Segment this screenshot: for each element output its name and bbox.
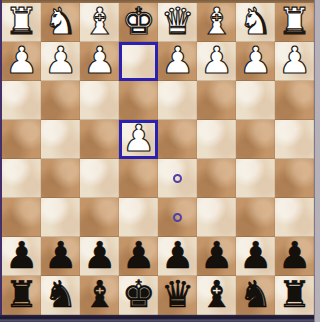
white-pawn-e4: ♟ [122,120,155,157]
black-pawn-c7: ♟ [200,237,233,274]
move-highlight-e2 [119,42,158,81]
square-f1[interactable]: ♝ [80,3,119,42]
square-f6[interactable] [80,198,119,237]
square-b5[interactable] [236,159,275,198]
square-e6[interactable] [119,198,158,237]
square-h8[interactable]: ♜ [2,276,41,315]
square-e8[interactable]: ♚ [119,276,158,315]
square-f4[interactable] [80,120,119,159]
square-c8[interactable]: ♝ [197,276,236,315]
square-d1[interactable]: ♛ [158,3,197,42]
white-knight-g1: ♞ [44,3,77,40]
black-pawn-h7: ♟ [5,237,38,274]
black-pawn-a7: ♟ [278,237,311,274]
square-c2[interactable]: ♟ [197,42,236,81]
white-pawn-f2: ♟ [83,42,116,79]
square-h2[interactable]: ♟ [2,42,41,81]
white-bishop-c1: ♝ [200,3,233,40]
white-knight-b1: ♞ [239,3,272,40]
square-d2[interactable]: ♟ [158,42,197,81]
white-pawn-b2: ♟ [239,42,272,79]
black-pawn-e7: ♟ [122,237,155,274]
square-a7[interactable]: ♟ [275,237,314,276]
square-g7[interactable]: ♟ [41,237,80,276]
white-pawn-h2: ♟ [5,42,38,79]
square-a5[interactable] [275,159,314,198]
black-pawn-b7: ♟ [239,237,272,274]
square-b1[interactable]: ♞ [236,3,275,42]
square-f3[interactable] [80,81,119,120]
square-a2[interactable]: ♟ [275,42,314,81]
square-g4[interactable] [41,120,80,159]
square-a8[interactable]: ♜ [275,276,314,315]
white-king-e1: ♚ [122,3,155,40]
square-c6[interactable] [197,198,236,237]
white-pawn-d2: ♟ [161,42,194,79]
black-bishop-f8: ♝ [83,276,116,313]
square-e2[interactable] [119,42,158,81]
square-f7[interactable]: ♟ [80,237,119,276]
square-f8[interactable]: ♝ [80,276,119,315]
square-g8[interactable]: ♞ [41,276,80,315]
square-h1[interactable]: ♜ [2,3,41,42]
square-b3[interactable] [236,81,275,120]
square-h4[interactable] [2,120,41,159]
square-f2[interactable]: ♟ [80,42,119,81]
white-bishop-f1: ♝ [83,3,116,40]
white-pawn-c2: ♟ [200,42,233,79]
white-rook-h1: ♜ [5,3,38,40]
black-pawn-d7: ♟ [161,237,194,274]
square-e3[interactable] [119,81,158,120]
black-pawn-g7: ♟ [44,237,77,274]
square-h3[interactable] [2,81,41,120]
black-knight-b8: ♞ [239,276,272,313]
square-g2[interactable]: ♟ [41,42,80,81]
black-bishop-c8: ♝ [200,276,233,313]
square-e4[interactable]: ♟ [119,120,158,159]
white-pawn-a2: ♟ [278,42,311,79]
square-b8[interactable]: ♞ [236,276,275,315]
legal-move-hint-d5 [173,174,182,183]
square-b4[interactable] [236,120,275,159]
square-d6[interactable] [158,198,197,237]
chess-board: ♜♞♝♚♛♝♞♜♟♟♟♟♟♟♟♟♟♟♟♟♟♟♟♟♜♞♝♚♛♝♞♜ [2,3,314,315]
window-edge-right [314,0,320,322]
square-a3[interactable] [275,81,314,120]
square-c5[interactable] [197,159,236,198]
square-d7[interactable]: ♟ [158,237,197,276]
window-edge-left [0,0,2,322]
square-g1[interactable]: ♞ [41,3,80,42]
square-d3[interactable] [158,81,197,120]
square-e7[interactable]: ♟ [119,237,158,276]
square-a1[interactable]: ♜ [275,3,314,42]
square-d5[interactable] [158,159,197,198]
square-b6[interactable] [236,198,275,237]
square-c1[interactable]: ♝ [197,3,236,42]
black-king-e8: ♚ [122,276,155,313]
white-pawn-g2: ♟ [44,42,77,79]
square-c3[interactable] [197,81,236,120]
square-g6[interactable] [41,198,80,237]
legal-move-hint-d6 [173,213,182,222]
black-rook-h8: ♜ [5,276,38,313]
square-h6[interactable] [2,198,41,237]
square-h7[interactable]: ♟ [2,237,41,276]
square-b7[interactable]: ♟ [236,237,275,276]
window-edge-bottom [0,315,314,322]
square-a4[interactable] [275,120,314,159]
black-pawn-f7: ♟ [83,237,116,274]
square-d8[interactable]: ♛ [158,276,197,315]
white-queen-d1: ♛ [161,3,194,40]
black-knight-g8: ♞ [44,276,77,313]
chess-app-window: ♜♞♝♚♛♝♞♜♟♟♟♟♟♟♟♟♟♟♟♟♟♟♟♟♜♞♝♚♛♝♞♜ [0,0,320,322]
square-c4[interactable] [197,120,236,159]
square-g5[interactable] [41,159,80,198]
square-e5[interactable] [119,159,158,198]
square-d4[interactable] [158,120,197,159]
square-e1[interactable]: ♚ [119,3,158,42]
square-h5[interactable] [2,159,41,198]
black-queen-d8: ♛ [161,276,194,313]
square-f5[interactable] [80,159,119,198]
black-rook-a8: ♜ [278,276,311,313]
white-rook-a1: ♜ [278,3,311,40]
square-g3[interactable] [41,81,80,120]
square-b2[interactable]: ♟ [236,42,275,81]
square-c7[interactable]: ♟ [197,237,236,276]
square-a6[interactable] [275,198,314,237]
